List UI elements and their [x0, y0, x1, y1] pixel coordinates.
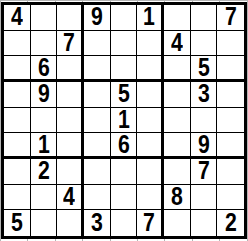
cell-r8c2[interactable]	[31, 185, 58, 211]
cell-r3c9[interactable]	[217, 56, 244, 82]
cell-r4c7[interactable]	[164, 82, 191, 108]
digit: 8	[171, 185, 183, 210]
cell-r8c8[interactable]	[191, 185, 218, 211]
cell-r1c2[interactable]	[31, 5, 58, 31]
cell-r4c2[interactable]: 9	[31, 82, 58, 108]
digit: 5	[198, 56, 210, 80]
cell-r2c3[interactable]: 7	[57, 31, 84, 57]
cell-r6c6[interactable]	[137, 133, 164, 159]
cell-r9c2[interactable]	[31, 210, 58, 236]
cell-r2c4[interactable]	[84, 31, 111, 57]
cell-r3c4[interactable]	[84, 56, 111, 82]
cell-r9c3[interactable]	[57, 210, 84, 236]
cell-r7c3[interactable]	[57, 159, 84, 185]
cell-r7c7[interactable]	[164, 159, 191, 185]
digit: 5	[118, 82, 130, 107]
cell-r6c7[interactable]	[164, 133, 191, 159]
cell-r9c9[interactable]: 2	[217, 210, 244, 236]
cell-r3c8[interactable]: 5	[191, 56, 218, 82]
cell-r8c5[interactable]	[111, 185, 138, 211]
cell-r9c8[interactable]	[191, 210, 218, 236]
cell-r5c8[interactable]	[191, 108, 218, 134]
digit: 5	[11, 210, 23, 236]
cell-r4c5[interactable]: 5	[111, 82, 138, 108]
spreadsheet-background: 49177465953116927485372	[0, 0, 248, 241]
cell-r2c8[interactable]	[191, 31, 218, 57]
cell-r1c6[interactable]: 1	[137, 5, 164, 31]
cell-r6c5[interactable]: 6	[111, 133, 138, 159]
digit: 9	[38, 82, 50, 107]
cell-r7c2[interactable]: 2	[31, 159, 58, 185]
cell-r7c9[interactable]	[217, 159, 244, 185]
cell-r5c6[interactable]	[137, 108, 164, 134]
cell-r6c3[interactable]	[57, 133, 84, 159]
cell-r9c1[interactable]: 5	[4, 210, 31, 236]
digit: 4	[171, 31, 183, 56]
cell-r8c1[interactable]	[4, 185, 31, 211]
cell-r4c4[interactable]	[84, 82, 111, 108]
cell-r4c9[interactable]	[217, 82, 244, 108]
cell-r5c9[interactable]	[217, 108, 244, 134]
digit: 1	[143, 5, 155, 30]
cell-r7c5[interactable]	[111, 159, 138, 185]
cell-r1c8[interactable]	[191, 5, 218, 31]
cell-r3c5[interactable]	[111, 56, 138, 82]
cell-r8c7[interactable]: 8	[164, 185, 191, 211]
cell-r8c4[interactable]	[84, 185, 111, 211]
digit: 2	[38, 159, 50, 184]
cell-r2c9[interactable]	[217, 31, 244, 57]
cell-r5c3[interactable]	[57, 108, 84, 134]
digit: 1	[38, 133, 50, 157]
cell-r8c3[interactable]: 4	[57, 185, 84, 211]
cell-r6c1[interactable]	[4, 133, 31, 159]
cell-r5c2[interactable]	[31, 108, 58, 134]
digit: 9	[198, 133, 210, 157]
cell-r2c7[interactable]: 4	[164, 31, 191, 57]
cell-r3c2[interactable]: 6	[31, 56, 58, 82]
sudoku-board: 49177465953116927485372	[1, 2, 247, 239]
digit: 3	[91, 210, 103, 236]
cell-r1c1[interactable]: 4	[4, 5, 31, 31]
cell-r3c1[interactable]	[4, 56, 31, 82]
cell-r4c1[interactable]	[4, 82, 31, 108]
cell-r5c4[interactable]	[84, 108, 111, 134]
cell-r4c8[interactable]: 3	[191, 82, 218, 108]
digit: 9	[91, 5, 103, 30]
cell-r8c9[interactable]	[217, 185, 244, 211]
cell-r4c3[interactable]	[57, 82, 84, 108]
digit: 6	[118, 133, 130, 157]
cell-r9c5[interactable]	[111, 210, 138, 236]
digit: 7	[198, 159, 210, 184]
cell-r1c5[interactable]	[111, 5, 138, 31]
cell-r4c6[interactable]	[137, 82, 164, 108]
digit: 1	[118, 108, 130, 133]
digit: 2	[225, 210, 237, 236]
cell-r8c6[interactable]	[137, 185, 164, 211]
cell-r5c7[interactable]	[164, 108, 191, 134]
cell-r5c1[interactable]	[4, 108, 31, 134]
cell-r2c2[interactable]	[31, 31, 58, 57]
cell-r6c9[interactable]	[217, 133, 244, 159]
cell-r1c4[interactable]: 9	[84, 5, 111, 31]
cell-r2c5[interactable]	[111, 31, 138, 57]
cell-r6c2[interactable]: 1	[31, 133, 58, 159]
cell-r5c5[interactable]: 1	[111, 108, 138, 134]
cell-r7c1[interactable]	[4, 159, 31, 185]
cell-r1c3[interactable]	[57, 5, 84, 31]
cell-r3c3[interactable]	[57, 56, 84, 82]
digit: 7	[225, 5, 237, 30]
cell-r1c7[interactable]	[164, 5, 191, 31]
cell-r7c4[interactable]	[84, 159, 111, 185]
digit: 7	[143, 210, 155, 236]
digit: 4	[63, 185, 75, 210]
cell-r7c6[interactable]	[137, 159, 164, 185]
digit: 7	[63, 31, 75, 56]
cell-r2c1[interactable]	[4, 31, 31, 57]
cell-r3c7[interactable]	[164, 56, 191, 82]
cell-r9c6[interactable]: 7	[137, 210, 164, 236]
digit: 4	[11, 5, 23, 30]
digit: 3	[198, 82, 210, 107]
cell-r2c6[interactable]	[137, 31, 164, 57]
cell-r1c9[interactable]: 7	[217, 5, 244, 31]
cell-r6c8[interactable]: 9	[191, 133, 218, 159]
cell-r9c7[interactable]	[164, 210, 191, 236]
digit: 6	[38, 56, 50, 80]
cell-r7c8[interactable]: 7	[191, 159, 218, 185]
cell-r3c6[interactable]	[137, 56, 164, 82]
cell-r9c4[interactable]: 3	[84, 210, 111, 236]
cell-r6c4[interactable]	[84, 133, 111, 159]
